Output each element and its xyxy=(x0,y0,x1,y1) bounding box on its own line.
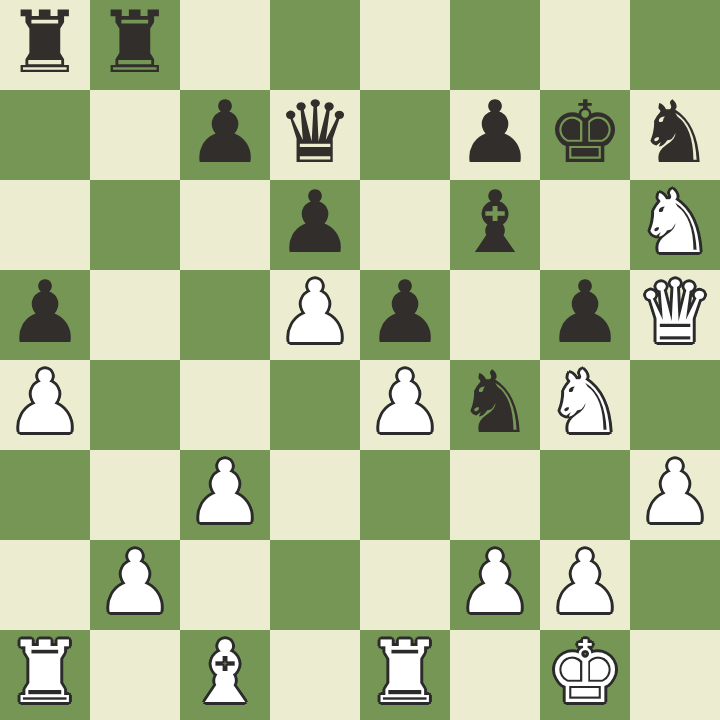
white-queen-icon[interactable]: ♛ xyxy=(636,267,713,357)
square-a3[interactable] xyxy=(0,450,90,540)
black-rook-icon[interactable]: ♜ xyxy=(96,0,173,87)
white-pawn-icon[interactable]: ♟ xyxy=(366,357,443,447)
square-a4[interactable]: ♟ xyxy=(0,360,90,450)
white-pawn-icon[interactable]: ♟ xyxy=(276,267,353,357)
square-c4[interactable] xyxy=(180,360,270,450)
square-f8[interactable] xyxy=(450,0,540,90)
square-d5[interactable]: ♟ xyxy=(270,270,360,360)
square-f7[interactable]: ♟ xyxy=(450,90,540,180)
square-e2[interactable] xyxy=(360,540,450,630)
white-rook-icon[interactable]: ♜ xyxy=(366,627,443,717)
white-bishop-icon[interactable]: ♝ xyxy=(186,627,263,717)
square-a1[interactable]: ♜ xyxy=(0,630,90,720)
square-e1[interactable]: ♜ xyxy=(360,630,450,720)
square-b6[interactable] xyxy=(90,180,180,270)
square-h3[interactable]: ♟ xyxy=(630,450,720,540)
black-pawn-icon[interactable]: ♟ xyxy=(186,87,263,177)
square-e8[interactable] xyxy=(360,0,450,90)
square-b5[interactable] xyxy=(90,270,180,360)
square-g1[interactable]: ♚ xyxy=(540,630,630,720)
black-pawn-icon[interactable]: ♟ xyxy=(456,87,533,177)
square-c5[interactable] xyxy=(180,270,270,360)
white-knight-icon[interactable]: ♞ xyxy=(636,177,713,267)
black-king-icon[interactable]: ♚ xyxy=(546,87,623,177)
square-d1[interactable] xyxy=(270,630,360,720)
square-g5[interactable]: ♟ xyxy=(540,270,630,360)
square-a8[interactable]: ♜ xyxy=(0,0,90,90)
chess-board: ♜♜♟♛♟♚♞♟♝♞♟♟♟♟♛♟♟♞♞♟♟♟♟♟♜♝♜♚ xyxy=(0,0,720,720)
square-h2[interactable] xyxy=(630,540,720,630)
square-f2[interactable]: ♟ xyxy=(450,540,540,630)
black-rook-icon[interactable]: ♜ xyxy=(6,0,83,87)
black-queen-icon[interactable]: ♛ xyxy=(276,87,353,177)
square-e7[interactable] xyxy=(360,90,450,180)
square-c3[interactable]: ♟ xyxy=(180,450,270,540)
square-h5[interactable]: ♛ xyxy=(630,270,720,360)
white-king-icon[interactable]: ♚ xyxy=(546,627,623,717)
square-b4[interactable] xyxy=(90,360,180,450)
square-g6[interactable] xyxy=(540,180,630,270)
square-b3[interactable] xyxy=(90,450,180,540)
square-g3[interactable] xyxy=(540,450,630,540)
square-g7[interactable]: ♚ xyxy=(540,90,630,180)
square-f5[interactable] xyxy=(450,270,540,360)
square-c1[interactable]: ♝ xyxy=(180,630,270,720)
square-h8[interactable] xyxy=(630,0,720,90)
square-b2[interactable]: ♟ xyxy=(90,540,180,630)
white-rook-icon[interactable]: ♜ xyxy=(6,627,83,717)
square-e5[interactable]: ♟ xyxy=(360,270,450,360)
square-d8[interactable] xyxy=(270,0,360,90)
square-d3[interactable] xyxy=(270,450,360,540)
square-f1[interactable] xyxy=(450,630,540,720)
square-e4[interactable]: ♟ xyxy=(360,360,450,450)
white-pawn-icon[interactable]: ♟ xyxy=(456,537,533,627)
black-pawn-icon[interactable]: ♟ xyxy=(6,267,83,357)
square-b7[interactable] xyxy=(90,90,180,180)
square-h4[interactable] xyxy=(630,360,720,450)
square-h1[interactable] xyxy=(630,630,720,720)
square-d6[interactable]: ♟ xyxy=(270,180,360,270)
square-a6[interactable] xyxy=(0,180,90,270)
black-pawn-icon[interactable]: ♟ xyxy=(276,177,353,267)
square-f3[interactable] xyxy=(450,450,540,540)
square-h7[interactable]: ♞ xyxy=(630,90,720,180)
white-pawn-icon[interactable]: ♟ xyxy=(186,447,263,537)
square-d7[interactable]: ♛ xyxy=(270,90,360,180)
square-g8[interactable] xyxy=(540,0,630,90)
white-pawn-icon[interactable]: ♟ xyxy=(96,537,173,627)
white-pawn-icon[interactable]: ♟ xyxy=(6,357,83,447)
square-c7[interactable]: ♟ xyxy=(180,90,270,180)
square-g4[interactable]: ♞ xyxy=(540,360,630,450)
square-b1[interactable] xyxy=(90,630,180,720)
square-f6[interactable]: ♝ xyxy=(450,180,540,270)
square-c2[interactable] xyxy=(180,540,270,630)
square-e3[interactable] xyxy=(360,450,450,540)
square-g2[interactable]: ♟ xyxy=(540,540,630,630)
square-e6[interactable] xyxy=(360,180,450,270)
black-knight-icon[interactable]: ♞ xyxy=(636,87,713,177)
square-h6[interactable]: ♞ xyxy=(630,180,720,270)
square-b8[interactable]: ♜ xyxy=(90,0,180,90)
black-pawn-icon[interactable]: ♟ xyxy=(546,267,623,357)
black-knight-icon[interactable]: ♞ xyxy=(456,357,533,447)
black-pawn-icon[interactable]: ♟ xyxy=(366,267,443,357)
square-a7[interactable] xyxy=(0,90,90,180)
square-a2[interactable] xyxy=(0,540,90,630)
black-bishop-icon[interactable]: ♝ xyxy=(456,177,533,267)
square-c8[interactable] xyxy=(180,0,270,90)
square-c6[interactable] xyxy=(180,180,270,270)
square-d2[interactable] xyxy=(270,540,360,630)
square-f4[interactable]: ♞ xyxy=(450,360,540,450)
square-a5[interactable]: ♟ xyxy=(0,270,90,360)
white-knight-icon[interactable]: ♞ xyxy=(546,357,623,447)
white-pawn-icon[interactable]: ♟ xyxy=(546,537,623,627)
square-d4[interactable] xyxy=(270,360,360,450)
white-pawn-icon[interactable]: ♟ xyxy=(636,447,713,537)
